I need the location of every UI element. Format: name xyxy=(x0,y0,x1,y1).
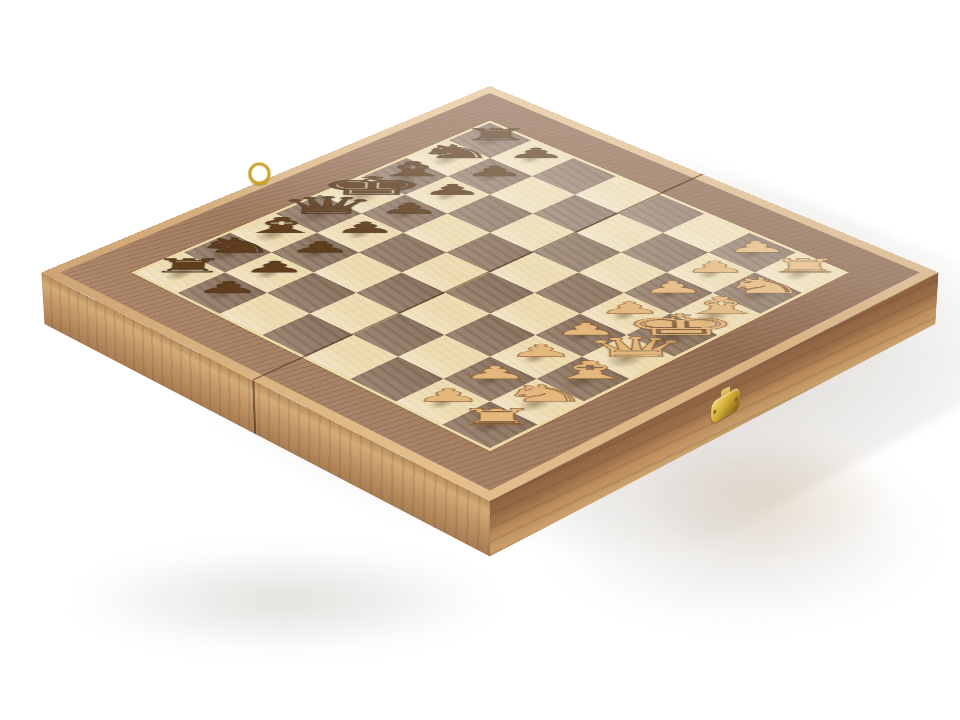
brass-ring xyxy=(248,162,270,184)
pawn-glyph: ♟ xyxy=(332,220,398,235)
knight-glyph: ♞ xyxy=(190,235,280,256)
pawn-glyph: ♟ xyxy=(463,164,527,178)
pawn-glyph: ♟ xyxy=(505,146,568,160)
pawn-glyph: ♟ xyxy=(287,239,354,255)
pawn-glyph: ♟ xyxy=(377,201,442,216)
pawn-glyph: ♟ xyxy=(420,182,484,197)
pawn-glyph: ♟ xyxy=(723,239,791,255)
product-photo-scene: ♜♞♝♛♚♝♞♜♟♟♟♟♟♟♟♟♟♟♟♟♟♟♟♟♜♞♝♛♚♝♞♜ xyxy=(0,0,960,720)
floor-reflection-left xyxy=(70,545,500,655)
